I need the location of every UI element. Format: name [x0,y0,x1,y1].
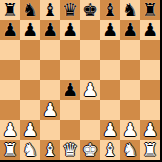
square-c2[interactable] [40,120,60,140]
piece-white-rook: ♜ [142,140,158,160]
square-h2[interactable]: ♟ [140,120,160,140]
piece-white-pawn: ♟ [122,120,138,140]
piece-white-pawn: ♟ [102,120,118,140]
piece-white-pawn: ♟ [2,120,18,140]
square-h8[interactable]: ♜ [140,0,160,20]
square-c7[interactable]: ♟ [40,20,60,40]
square-g8[interactable]: ♞ [120,0,140,20]
square-f1[interactable]: ♝ [100,140,120,160]
square-f7[interactable]: ♟ [100,20,120,40]
square-d5[interactable] [60,60,80,80]
square-e5[interactable] [80,60,100,80]
square-c6[interactable] [40,40,60,60]
square-h3[interactable] [140,100,160,120]
piece-black-pawn: ♟ [122,20,138,40]
square-d2[interactable] [60,120,80,140]
piece-white-pawn: ♟ [142,120,158,140]
square-h5[interactable] [140,60,160,80]
square-e2[interactable] [80,120,100,140]
square-d1[interactable]: ♛ [60,140,80,160]
square-c3[interactable]: ♟ [40,100,60,120]
square-h7[interactable]: ♟ [140,20,160,40]
piece-white-rook: ♜ [2,140,18,160]
square-b5[interactable] [20,60,40,80]
square-b1[interactable]: ♞ [20,140,40,160]
piece-white-knight: ♞ [22,140,38,160]
square-a4[interactable] [0,80,20,100]
square-c8[interactable]: ♝ [40,0,60,20]
square-h4[interactable] [140,80,160,100]
piece-white-queen: ♛ [62,140,78,160]
square-e1[interactable]: ♚ [80,140,100,160]
square-a3[interactable] [0,100,20,120]
square-d3[interactable] [60,100,80,120]
square-a6[interactable] [0,40,20,60]
piece-black-pawn: ♟ [102,20,118,40]
piece-black-bishop: ♝ [42,0,58,20]
square-g5[interactable] [120,60,140,80]
piece-white-knight: ♞ [122,140,138,160]
square-g4[interactable] [120,80,140,100]
piece-black-queen: ♛ [62,0,78,20]
square-g6[interactable] [120,40,140,60]
square-c1[interactable]: ♝ [40,140,60,160]
square-g3[interactable] [120,100,140,120]
square-e4[interactable]: ♟ [80,80,100,100]
square-g7[interactable]: ♟ [120,20,140,40]
chess-board: ♜♞♝♛♚♝♞♜♟♟♟♟♟♟♟♟♟♟♟♟♟♟♟♜♞♝♛♚♝♞♜ [0,0,160,160]
piece-black-knight: ♞ [22,0,38,20]
piece-black-pawn: ♟ [2,20,18,40]
square-a1[interactable]: ♜ [0,140,20,160]
square-f5[interactable] [100,60,120,80]
square-b2[interactable]: ♟ [20,120,40,140]
square-g1[interactable]: ♞ [120,140,140,160]
piece-white-pawn: ♟ [42,100,58,120]
piece-black-rook: ♜ [2,0,18,20]
square-b6[interactable] [20,40,40,60]
square-d7[interactable]: ♟ [60,20,80,40]
square-h1[interactable]: ♜ [140,140,160,160]
piece-black-bishop: ♝ [102,0,118,20]
square-e3[interactable] [80,100,100,120]
square-c4[interactable] [40,80,60,100]
square-b4[interactable] [20,80,40,100]
square-g2[interactable]: ♟ [120,120,140,140]
square-f8[interactable]: ♝ [100,0,120,20]
piece-black-pawn: ♟ [142,20,158,40]
square-b8[interactable]: ♞ [20,0,40,20]
square-f6[interactable] [100,40,120,60]
square-a8[interactable]: ♜ [0,0,20,20]
piece-white-bishop: ♝ [42,140,58,160]
square-a7[interactable]: ♟ [0,20,20,40]
piece-white-bishop: ♝ [102,140,118,160]
square-h6[interactable] [140,40,160,60]
square-e8[interactable]: ♚ [80,0,100,20]
square-b7[interactable]: ♟ [20,20,40,40]
piece-black-rook: ♜ [142,0,158,20]
piece-black-pawn: ♟ [42,20,58,40]
square-b3[interactable] [20,100,40,120]
piece-black-pawn: ♟ [62,20,78,40]
square-f4[interactable] [100,80,120,100]
square-f3[interactable] [100,100,120,120]
piece-white-pawn: ♟ [22,120,38,140]
square-d4[interactable]: ♟ [60,80,80,100]
piece-black-pawn: ♟ [62,80,78,100]
piece-white-pawn: ♟ [82,80,98,100]
square-d6[interactable] [60,40,80,60]
piece-white-king: ♚ [82,140,98,160]
square-a5[interactable] [0,60,20,80]
chess-board-frame: ♜♞♝♛♚♝♞♜♟♟♟♟♟♟♟♟♟♟♟♟♟♟♟♜♞♝♛♚♝♞♜ [0,0,162,162]
piece-black-pawn: ♟ [22,20,38,40]
piece-black-king: ♚ [82,0,98,20]
square-a2[interactable]: ♟ [0,120,20,140]
square-e6[interactable] [80,40,100,60]
square-d8[interactable]: ♛ [60,0,80,20]
square-e7[interactable] [80,20,100,40]
square-f2[interactable]: ♟ [100,120,120,140]
square-c5[interactable] [40,60,60,80]
piece-black-knight: ♞ [122,0,138,20]
